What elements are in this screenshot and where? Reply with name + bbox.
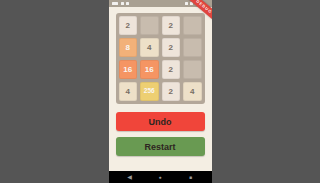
android-navigation-bar: ◀ ● ■ [109,171,212,183]
tile-2: 2 [162,82,181,101]
empty-cell [183,38,202,57]
empty-cell [140,16,159,35]
tile-4: 4 [183,82,202,101]
game-board-2048[interactable]: 2284216162425624 [116,13,205,104]
back-icon[interactable]: ◀ [126,171,134,183]
tile-2: 2 [162,38,181,57]
tile-256: 256 [140,82,159,101]
status-signal-icon [185,2,188,5]
phone-screen: DEBUG 2284216162425624 Undo Restart ◀ ● … [109,0,212,183]
recents-icon[interactable]: ■ [187,171,195,183]
status-notification-icon [121,2,124,5]
status-clock-icon [112,2,118,5]
tile-8: 8 [119,38,138,57]
undo-button[interactable]: Undo [116,112,205,131]
tile-2: 2 [162,16,181,35]
tile-2: 2 [119,16,138,35]
restart-button[interactable]: Restart [116,137,205,156]
undo-button-label: Undo [149,117,172,127]
empty-cell [183,60,202,79]
home-icon[interactable]: ● [156,171,164,183]
empty-cell [183,16,202,35]
tile-4: 4 [119,82,138,101]
tile-2: 2 [162,60,181,79]
tile-16: 16 [140,60,159,79]
status-notification-icon [126,2,129,5]
restart-button-label: Restart [144,142,175,152]
tile-4: 4 [140,38,159,57]
tile-16: 16 [119,60,138,79]
